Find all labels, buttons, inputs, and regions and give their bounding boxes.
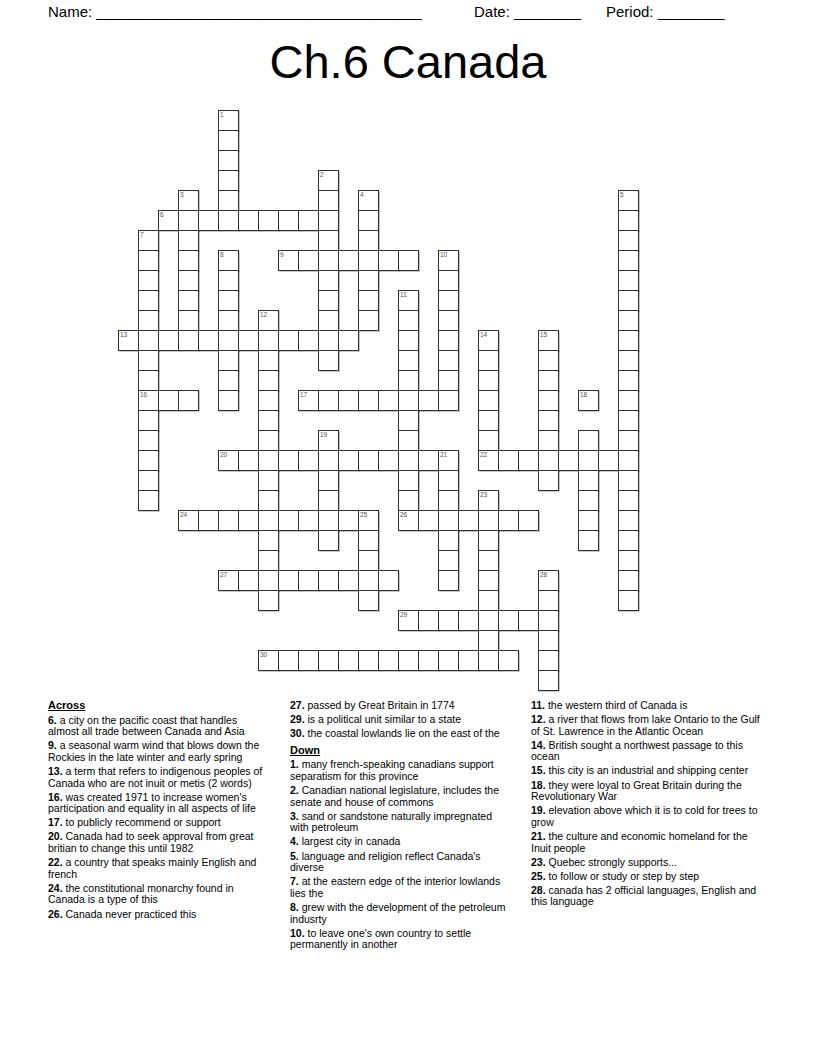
- cell-r9-c16[interactable]: [438, 290, 459, 311]
- cell-r19-c18[interactable]: 23: [478, 490, 499, 511]
- cell-r20-c17[interactable]: [458, 510, 479, 531]
- cell-r17-c11[interactable]: [338, 450, 359, 471]
- cell-number: 24: [180, 511, 187, 519]
- cell-r20-c18[interactable]: [478, 510, 499, 531]
- cell-r1-c5[interactable]: [218, 130, 239, 151]
- cell-r23-c12[interactable]: [358, 570, 379, 591]
- cell-r22-c25[interactable]: [618, 550, 639, 571]
- cell-r14-c10[interactable]: [318, 390, 339, 411]
- cell-number: 26: [400, 511, 407, 519]
- cell-r17-c9[interactable]: [298, 450, 319, 471]
- clue-down-2: 2. Canadian national legislature, includ…: [290, 785, 506, 808]
- cell-number: 14: [480, 331, 487, 339]
- cell-r16-c18[interactable]: [478, 430, 499, 451]
- cell-r18-c16[interactable]: [438, 470, 459, 491]
- cell-r20-c7[interactable]: [258, 510, 279, 531]
- cell-number: 10: [440, 251, 447, 259]
- cell-r24-c21[interactable]: [538, 590, 559, 611]
- cell-r27-c11[interactable]: [338, 650, 359, 671]
- cell-r3-c10[interactable]: 2: [318, 170, 339, 191]
- cell-r20-c20[interactable]: [518, 510, 539, 531]
- cell-r5-c4[interactable]: [198, 210, 219, 231]
- cell-r27-c15[interactable]: [418, 650, 439, 671]
- clue-number: 7.: [290, 875, 299, 887]
- cell-r16-c25[interactable]: [618, 430, 639, 451]
- cell-r24-c12[interactable]: [358, 590, 379, 611]
- cell-r6-c10[interactable]: [318, 230, 339, 251]
- cell-r17-c21[interactable]: [538, 450, 559, 471]
- cell-number: 13: [120, 331, 127, 339]
- cell-r27-c16[interactable]: [438, 650, 459, 671]
- cell-r11-c11[interactable]: [338, 330, 359, 351]
- cell-r27-c10[interactable]: [318, 650, 339, 671]
- cell-r20-c14[interactable]: 26: [398, 510, 419, 531]
- cell-r20-c15[interactable]: [418, 510, 439, 531]
- cell-r27-c18[interactable]: [478, 650, 499, 671]
- cell-r23-c18[interactable]: [478, 570, 499, 591]
- cell-r16-c14[interactable]: [398, 430, 419, 451]
- cell-r9-c10[interactable]: [318, 290, 339, 311]
- cell-r20-c5[interactable]: [218, 510, 239, 531]
- cell-number: 23: [480, 491, 487, 499]
- cell-r10-c3[interactable]: [178, 310, 199, 331]
- cell-r13-c14[interactable]: [398, 370, 419, 391]
- cell-r19-c1[interactable]: [138, 490, 159, 511]
- cell-r5-c5[interactable]: [218, 210, 239, 231]
- cell-r13-c18[interactable]: [478, 370, 499, 391]
- cell-r8-c16[interactable]: [438, 270, 459, 291]
- cell-r12-c7[interactable]: [258, 350, 279, 371]
- cell-r7-c9[interactable]: [298, 250, 319, 271]
- cell-r11-c9[interactable]: [298, 330, 319, 351]
- cell-r24-c25[interactable]: [618, 590, 639, 611]
- clue-across-29: 29. is a political unit similar to a sta…: [290, 714, 506, 726]
- cell-r27-c13[interactable]: [378, 650, 399, 671]
- cell-r11-c16[interactable]: [438, 330, 459, 351]
- clue-text: sand or sandstone naturally impregnated …: [290, 810, 492, 834]
- clue-text: Canada never practiced this: [66, 908, 197, 920]
- clue-number: 19.: [531, 804, 546, 816]
- cell-r18-c1[interactable]: [138, 470, 159, 491]
- cell-r17-c14[interactable]: [398, 450, 419, 471]
- cell-r7-c25[interactable]: [618, 250, 639, 271]
- cell-r22-c18[interactable]: [478, 550, 499, 571]
- clue-down-18: 18. they were loyal to Great Britain dur…: [531, 780, 767, 803]
- cell-r20-c8[interactable]: [278, 510, 299, 531]
- cell-r20-c6[interactable]: [238, 510, 259, 531]
- cell-r20-c12[interactable]: 25: [358, 510, 379, 531]
- cell-r16-c21[interactable]: [538, 430, 559, 451]
- cell-r14-c14[interactable]: [398, 390, 419, 411]
- cell-r17-c15[interactable]: [418, 450, 439, 471]
- cell-r25-c16[interactable]: [438, 610, 459, 631]
- cell-r18-c10[interactable]: [318, 470, 339, 491]
- cell-r18-c21[interactable]: [538, 470, 559, 491]
- cell-r17-c22[interactable]: [558, 450, 579, 471]
- cell-r25-c21[interactable]: [538, 610, 559, 631]
- cell-r7-c14[interactable]: [398, 250, 419, 271]
- clue-down-19: 19. elevation above which it is to cold …: [531, 805, 767, 828]
- cell-r20-c9[interactable]: [298, 510, 319, 531]
- cell-r4-c10[interactable]: [318, 190, 339, 211]
- cell-r8-c10[interactable]: [318, 270, 339, 291]
- cell-r6-c1[interactable]: 7: [138, 230, 159, 251]
- date-line: ________: [514, 3, 581, 20]
- cell-r27-c21[interactable]: [538, 650, 559, 671]
- clue-across-17: 17. to publicly recommend or support: [48, 817, 264, 829]
- cell-r17-c12[interactable]: [358, 450, 379, 471]
- cell-number: 12: [260, 311, 267, 319]
- cell-r10-c14[interactable]: [398, 310, 419, 331]
- cell-r7-c11[interactable]: [338, 250, 359, 271]
- cell-number: 7: [140, 231, 144, 239]
- cell-number: 11: [400, 291, 407, 299]
- cell-r12-c1[interactable]: [138, 350, 159, 371]
- cell-r14-c12[interactable]: [358, 390, 379, 411]
- cell-number: 22: [480, 451, 487, 459]
- cell-number: 2: [320, 171, 324, 179]
- cell-r11-c0[interactable]: 13: [118, 330, 139, 351]
- clue-number: 18.: [531, 779, 546, 791]
- cell-r10-c5[interactable]: [218, 310, 239, 331]
- cell-r20-c11[interactable]: [338, 510, 359, 531]
- cell-r5-c6[interactable]: [238, 210, 259, 231]
- cell-r5-c2[interactable]: 6: [158, 210, 179, 231]
- cell-r5-c12[interactable]: [358, 210, 379, 231]
- cell-r23-c8[interactable]: [278, 570, 299, 591]
- clue-number: 24.: [48, 882, 63, 894]
- cell-r7-c8[interactable]: 9: [278, 250, 299, 271]
- cell-r4-c3[interactable]: 3: [178, 190, 199, 211]
- cell-r19-c23[interactable]: [578, 490, 599, 511]
- cell-r14-c21[interactable]: [538, 390, 559, 411]
- cell-r21-c12[interactable]: [358, 530, 379, 551]
- cell-r14-c1[interactable]: 16: [138, 390, 159, 411]
- clue-number: 9.: [48, 739, 57, 751]
- across-header: Across: [48, 700, 264, 712]
- cell-r18-c25[interactable]: [618, 470, 639, 491]
- cell-r26-c21[interactable]: [538, 630, 559, 651]
- clue-text: a country that speaks mainly English and…: [48, 856, 256, 880]
- cell-r16-c10[interactable]: 19: [318, 430, 339, 451]
- cell-r5-c3[interactable]: [178, 210, 199, 231]
- clue-down-1: 1. many french-speaking canadians suppor…: [290, 759, 506, 782]
- clue-number: 14.: [531, 739, 546, 751]
- cell-r27-c14[interactable]: [398, 650, 419, 671]
- cell-r18-c7[interactable]: [258, 470, 279, 491]
- cell-r20-c4[interactable]: [198, 510, 219, 531]
- cell-r7-c10[interactable]: [318, 250, 339, 271]
- cell-r7-c16[interactable]: 10: [438, 250, 459, 271]
- cell-r5-c8[interactable]: [278, 210, 299, 231]
- clue-down-21: 21. the culture and economic homeland fo…: [531, 831, 767, 854]
- cell-r4-c25[interactable]: 5: [618, 190, 639, 211]
- cell-r5-c7[interactable]: [258, 210, 279, 231]
- cell-r11-c8[interactable]: [278, 330, 299, 351]
- clue-text: to leave one's own country to settle per…: [290, 927, 471, 951]
- cell-r14-c9[interactable]: 17: [298, 390, 319, 411]
- cell-r7-c12[interactable]: [358, 250, 379, 271]
- cell-r18-c23[interactable]: [578, 470, 599, 491]
- cell-r11-c25[interactable]: [618, 330, 639, 351]
- cell-r19-c10[interactable]: [318, 490, 339, 511]
- cell-r20-c19[interactable]: [498, 510, 519, 531]
- cell-r23-c16[interactable]: [438, 570, 459, 591]
- cell-r21-c10[interactable]: [318, 530, 339, 551]
- clue-across-6: 6. a city on the pacific coast that hand…: [48, 715, 264, 738]
- cell-r27-c8[interactable]: [278, 650, 299, 671]
- cell-r11-c1[interactable]: [138, 330, 159, 351]
- cell-r12-c5[interactable]: [218, 350, 239, 371]
- cell-r9-c5[interactable]: [218, 290, 239, 311]
- cell-r27-c9[interactable]: [298, 650, 319, 671]
- cell-r25-c14[interactable]: 29: [398, 610, 419, 631]
- cell-r15-c14[interactable]: [398, 410, 419, 431]
- clue-number: 16.: [48, 791, 63, 803]
- cell-r15-c21[interactable]: [538, 410, 559, 431]
- cell-number: 8: [220, 251, 224, 259]
- cell-r27-c19[interactable]: [498, 650, 519, 671]
- cell-r11-c2[interactable]: [158, 330, 179, 351]
- clue-text: is a political unit similar to a state: [308, 713, 461, 725]
- cell-r25-c15[interactable]: [418, 610, 439, 631]
- cell-r14-c23[interactable]: 18: [578, 390, 599, 411]
- cell-r21-c25[interactable]: [618, 530, 639, 551]
- cell-r12-c18[interactable]: [478, 350, 499, 371]
- clue-text: language and religion reflect Canada's d…: [290, 850, 481, 874]
- cell-r24-c18[interactable]: [478, 590, 499, 611]
- cell-r8-c12[interactable]: [358, 270, 379, 291]
- cell-r10-c1[interactable]: [138, 310, 159, 331]
- cell-r20-c10[interactable]: [318, 510, 339, 531]
- cell-r17-c25[interactable]: [618, 450, 639, 471]
- cell-r17-c18[interactable]: 22: [478, 450, 499, 471]
- cell-r14-c11[interactable]: [338, 390, 359, 411]
- cell-r11-c4[interactable]: [198, 330, 219, 351]
- cell-r17-c24[interactable]: [598, 450, 619, 471]
- clue-text: a river that flows from lake Ontario to …: [531, 713, 760, 737]
- clue-number: 23.: [531, 856, 546, 868]
- cell-r11-c3[interactable]: [178, 330, 199, 351]
- cell-r14-c7[interactable]: [258, 390, 279, 411]
- cell-r19-c16[interactable]: [438, 490, 459, 511]
- cell-r25-c18[interactable]: [478, 610, 499, 631]
- cell-r17-c13[interactable]: [378, 450, 399, 471]
- date-field: Date: ________: [474, 3, 581, 20]
- cell-r13-c16[interactable]: [438, 370, 459, 391]
- cell-r11-c14[interactable]: [398, 330, 419, 351]
- cell-r8-c5[interactable]: [218, 270, 239, 291]
- crossword-grid: 1234567891011121314151617181920212223242…: [118, 110, 639, 691]
- cell-r14-c25[interactable]: [618, 390, 639, 411]
- cell-r13-c5[interactable]: [218, 370, 239, 391]
- cell-r17-c5[interactable]: 20: [218, 450, 239, 471]
- cell-number: 18: [580, 391, 587, 399]
- clue-number: 8.: [290, 901, 299, 913]
- clue-down-15: 15. this city is an industrial and shipp…: [531, 765, 767, 777]
- cell-number: 19: [320, 431, 327, 439]
- cell-r3-c5[interactable]: [218, 170, 239, 191]
- clue-across-16: 16. was created 1971 to increase women's…: [48, 792, 264, 815]
- cell-r7-c13[interactable]: [378, 250, 399, 271]
- cell-r25-c17[interactable]: [458, 610, 479, 631]
- cell-r2-c5[interactable]: [218, 150, 239, 171]
- cell-r16-c23[interactable]: [578, 430, 599, 451]
- clue-text: a city on the pacific coast that handles…: [48, 714, 245, 738]
- cell-r8-c1[interactable]: [138, 270, 159, 291]
- cell-r19-c7[interactable]: [258, 490, 279, 511]
- cell-r14-c2[interactable]: [158, 390, 179, 411]
- cell-r5-c9[interactable]: [298, 210, 319, 231]
- cell-r16-c1[interactable]: [138, 430, 159, 451]
- cell-r16-c7[interactable]: [258, 430, 279, 451]
- cell-r28-c21[interactable]: [538, 670, 559, 691]
- cell-r17-c7[interactable]: [258, 450, 279, 471]
- cell-r8-c3[interactable]: [178, 270, 199, 291]
- cell-r9-c3[interactable]: [178, 290, 199, 311]
- clue-text: elevation above which it is to cold for …: [531, 804, 757, 828]
- cell-number: 20: [220, 451, 227, 459]
- cell-r20-c25[interactable]: [618, 510, 639, 531]
- cell-r20-c3[interactable]: 24: [178, 510, 199, 531]
- cell-r21-c18[interactable]: [478, 530, 499, 551]
- cell-r4-c5[interactable]: [218, 190, 239, 211]
- clue-across-24: 24. the constitutional monarchy found in…: [48, 883, 264, 906]
- cell-r7-c3[interactable]: [178, 250, 199, 271]
- clue-text: to publicly recommend or support: [66, 816, 221, 828]
- cell-r22-c12[interactable]: [358, 550, 379, 571]
- clue-text: largest city in canada: [302, 835, 401, 847]
- cell-r19-c14[interactable]: [398, 490, 419, 511]
- cell-r12-c14[interactable]: [398, 350, 419, 371]
- cell-r11-c7[interactable]: [258, 330, 279, 351]
- cell-r15-c1[interactable]: [138, 410, 159, 431]
- cell-r14-c3[interactable]: [178, 390, 199, 411]
- cell-r10-c16[interactable]: [438, 310, 459, 331]
- cell-r11-c10[interactable]: [318, 330, 339, 351]
- cell-r11-c21[interactable]: 15: [538, 330, 559, 351]
- clue-across-30: 30. the coastal lowlands lie on the east…: [290, 728, 506, 740]
- cell-r14-c16[interactable]: [438, 390, 459, 411]
- cell-r18-c14[interactable]: [398, 470, 419, 491]
- cell-r17-c20[interactable]: [518, 450, 539, 471]
- cell-r22-c16[interactable]: [438, 550, 459, 571]
- name-line: _______________________________________: [96, 3, 421, 20]
- cell-r11-c18[interactable]: 14: [478, 330, 499, 351]
- clue-number: 30.: [290, 727, 305, 739]
- cell-r12-c16[interactable]: [438, 350, 459, 371]
- cell-r17-c10[interactable]: [318, 450, 339, 471]
- cell-r25-c20[interactable]: [518, 610, 539, 631]
- cell-r14-c5[interactable]: [218, 390, 239, 411]
- cell-r12-c21[interactable]: [538, 350, 559, 371]
- cell-r17-c16[interactable]: 21: [438, 450, 459, 471]
- cell-r9-c1[interactable]: [138, 290, 159, 311]
- cell-r17-c8[interactable]: [278, 450, 299, 471]
- cell-r10-c7[interactable]: 12: [258, 310, 279, 331]
- cell-r15-c7[interactable]: [258, 410, 279, 431]
- cell-r23-c11[interactable]: [338, 570, 359, 591]
- cell-r14-c13[interactable]: [378, 390, 399, 411]
- clue-number: 1.: [290, 758, 299, 770]
- cell-r23-c25[interactable]: [618, 570, 639, 591]
- cell-r23-c21[interactable]: 28: [538, 570, 559, 591]
- cell-r21-c16[interactable]: [438, 530, 459, 551]
- cell-r27-c7[interactable]: 30: [258, 650, 279, 671]
- cell-r17-c1[interactable]: [138, 450, 159, 471]
- clue-down-25: 25. to follow or study or step by step: [531, 871, 767, 883]
- cell-r26-c18[interactable]: [478, 630, 499, 651]
- cell-r19-c25[interactable]: [618, 490, 639, 511]
- cell-r21-c7[interactable]: [258, 530, 279, 551]
- cell-r15-c25[interactable]: [618, 410, 639, 431]
- cell-number: 17: [300, 391, 307, 399]
- cell-r7-c5[interactable]: 8: [218, 250, 239, 271]
- cell-r27-c12[interactable]: [358, 650, 379, 671]
- cell-r23-c13[interactable]: [378, 570, 399, 591]
- cell-r25-c19[interactable]: [498, 610, 519, 631]
- cell-r6-c3[interactable]: [178, 230, 199, 251]
- cell-r12-c25[interactable]: [618, 350, 639, 371]
- cell-r20-c23[interactable]: [578, 510, 599, 531]
- cell-r6-c25[interactable]: [618, 230, 639, 251]
- clue-down-12: 12. a river that flows from lake Ontario…: [531, 714, 767, 737]
- clue-number: 4.: [290, 835, 299, 847]
- cell-r13-c21[interactable]: [538, 370, 559, 391]
- cell-r4-c12[interactable]: 4: [358, 190, 379, 211]
- clue-text: they were loyal to Great Britain during …: [531, 779, 742, 803]
- cell-r5-c25[interactable]: [618, 210, 639, 231]
- cell-r20-c16[interactable]: [438, 510, 459, 531]
- cell-r13-c1[interactable]: [138, 370, 159, 391]
- cell-r15-c18[interactable]: [478, 410, 499, 431]
- cell-r8-c25[interactable]: [618, 270, 639, 291]
- cell-r22-c7[interactable]: [258, 550, 279, 571]
- cell-r14-c15[interactable]: [418, 390, 439, 411]
- cell-r17-c6[interactable]: [238, 450, 259, 471]
- cell-r23-c9[interactable]: [298, 570, 319, 591]
- cell-r7-c1[interactable]: [138, 250, 159, 271]
- cell-r12-c10[interactable]: [318, 350, 339, 371]
- cell-r11-c6[interactable]: [238, 330, 259, 351]
- cell-r10-c25[interactable]: [618, 310, 639, 331]
- cell-r17-c19[interactable]: [498, 450, 519, 471]
- cell-r17-c23[interactable]: [578, 450, 599, 471]
- cell-r14-c18[interactable]: [478, 390, 499, 411]
- cell-r27-c17[interactable]: [458, 650, 479, 671]
- cell-r23-c7[interactable]: [258, 570, 279, 591]
- cell-r13-c25[interactable]: [618, 370, 639, 391]
- cell-r21-c23[interactable]: [578, 530, 599, 551]
- cell-r10-c12[interactable]: [358, 310, 379, 331]
- cell-r24-c7[interactable]: [258, 590, 279, 611]
- cell-r23-c10[interactable]: [318, 570, 339, 591]
- cell-r13-c7[interactable]: [258, 370, 279, 391]
- clue-text: a seasonal warm wind that blows down the…: [48, 739, 259, 763]
- cell-r6-c12[interactable]: [358, 230, 379, 251]
- cell-number: 15: [540, 331, 547, 339]
- cell-r0-c5[interactable]: 1: [218, 110, 239, 131]
- cell-r9-c25[interactable]: [618, 290, 639, 311]
- clues-column-3: 11. the western third of Canada is12. a …: [531, 700, 767, 911]
- cell-r11-c5[interactable]: [218, 330, 239, 351]
- cell-r23-c5[interactable]: 27: [218, 570, 239, 591]
- cell-r10-c10[interactable]: [318, 310, 339, 331]
- cell-r5-c10[interactable]: [318, 210, 339, 231]
- cell-r9-c12[interactable]: [358, 290, 379, 311]
- cell-r23-c6[interactable]: [238, 570, 259, 591]
- cell-r9-c14[interactable]: 11: [398, 290, 419, 311]
